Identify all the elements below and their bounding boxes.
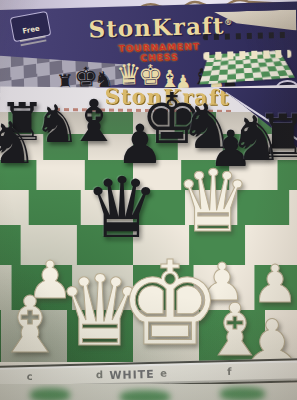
file-label-c: c	[26, 371, 33, 382]
pieces-layer: ♜♞♝♚♞♜♞♟♟♞♛♛♟♟♟♝♛♚♝♟	[0, 0, 297, 400]
board-fold-blur	[0, 384, 297, 400]
black-bishop-c6: ♝	[68, 92, 120, 150]
chess-set-photo: ♜♚♞♛♚♝♟♝♟♟ Free StonKraft® TOURNAMENT CH…	[0, 0, 297, 400]
file-label-f: f	[227, 366, 233, 377]
file-label-e: e	[160, 368, 168, 379]
black-knight-a5: ♞	[0, 114, 38, 172]
side-label-white: WHITE	[109, 368, 155, 382]
file-label-d: d	[96, 369, 104, 380]
white-queen-f3: ♛	[174, 158, 251, 244]
